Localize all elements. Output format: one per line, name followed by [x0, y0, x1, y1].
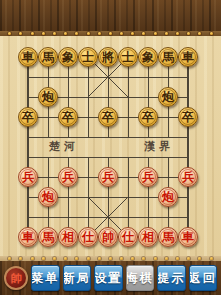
nail-dot [165, 257, 168, 260]
piece-black-soldier[interactable]: 卒 [138, 107, 158, 127]
piece-red-elephant[interactable]: 相 [138, 227, 158, 247]
nail-dot [142, 257, 145, 260]
piece-black-advisor[interactable]: 士 [78, 47, 98, 67]
nail-dot [53, 257, 56, 260]
undo-button[interactable]: 悔棋 [126, 265, 155, 291]
piece-red-soldier[interactable]: 兵 [58, 167, 78, 187]
nail-dot [75, 257, 78, 260]
nail-dot [109, 257, 112, 260]
piece-black-soldier[interactable]: 卒 [98, 107, 118, 127]
nail-dot [187, 257, 190, 260]
red-general-icon: 帥 [4, 266, 28, 290]
nail-dot [187, 32, 190, 35]
menu-button[interactable]: 菜单 [31, 265, 60, 291]
piece-red-soldier[interactable]: 兵 [98, 167, 118, 187]
piece-red-advisor[interactable]: 仕 [78, 227, 98, 247]
piece-black-elephant[interactable]: 象 [58, 47, 78, 67]
nail-dot [75, 32, 78, 35]
piece-red-cannon[interactable]: 炮 [38, 187, 58, 207]
piece-red-elephant[interactable]: 相 [58, 227, 78, 247]
piece-red-chariot[interactable]: 車 [178, 227, 198, 247]
nail-dot [131, 32, 134, 35]
nail-dot [53, 32, 56, 35]
piece-red-soldier[interactable]: 兵 [138, 167, 158, 187]
nail-dot [98, 257, 101, 260]
settings-button[interactable]: 设置 [94, 265, 123, 291]
nail-dot [198, 257, 201, 260]
piece-black-chariot[interactable]: 車 [18, 47, 38, 67]
piece-black-cannon[interactable]: 炮 [38, 87, 58, 107]
piece-black-cannon[interactable]: 炮 [158, 87, 178, 107]
nail-dot [176, 257, 179, 260]
nail-dot [64, 32, 67, 35]
nail-dot [210, 32, 213, 35]
piece-red-advisor[interactable]: 仕 [118, 227, 138, 247]
nail-dot [8, 32, 11, 35]
piece-black-chariot[interactable]: 車 [178, 47, 198, 67]
nail-dot [31, 32, 34, 35]
back-button[interactable]: 返回 [189, 265, 218, 291]
nail-dot [120, 257, 123, 260]
piece-black-horse[interactable]: 馬 [38, 47, 58, 67]
nail-dot [87, 32, 90, 35]
nail-dot [154, 257, 157, 260]
piece-red-soldier[interactable]: 兵 [18, 167, 38, 187]
piece-black-soldier[interactable]: 卒 [58, 107, 78, 127]
nail-dot [165, 32, 168, 35]
piece-black-elephant[interactable]: 象 [138, 47, 158, 67]
piece-red-horse[interactable]: 馬 [38, 227, 58, 247]
piece-red-soldier[interactable]: 兵 [178, 167, 198, 187]
piece-black-soldier[interactable]: 卒 [178, 107, 198, 127]
nail-dot [131, 257, 134, 260]
piece-red-general[interactable]: 帥 [98, 227, 118, 247]
nail-dot [109, 32, 112, 35]
piece-black-soldier[interactable]: 卒 [18, 107, 38, 127]
nail-dot [176, 32, 179, 35]
river-label-right: 漢界 [137, 140, 181, 154]
xiangqi-app: 楚河 漢界 車馬象士將士象馬車炮炮卒卒卒卒卒兵兵兵兵兵炮炮車馬相仕帥仕相馬車 帥… [0, 0, 221, 295]
nail-dot [8, 257, 11, 260]
top-wood-panel [0, 0, 221, 36]
piece-black-advisor[interactable]: 士 [118, 47, 138, 67]
nail-dot [42, 257, 45, 260]
nail-dot [98, 32, 101, 35]
hint-button[interactable]: 提示 [157, 265, 186, 291]
nail-dot [210, 257, 213, 260]
piece-red-chariot[interactable]: 車 [18, 227, 38, 247]
toolbar: 帥 菜单新局设置悔棋提示返回 [0, 256, 221, 295]
nail-dot [31, 257, 34, 260]
river-label-left: 楚河 [42, 140, 86, 154]
nail-dot [19, 257, 22, 260]
new-game-button[interactable]: 新局 [63, 265, 92, 291]
nail-dot [154, 32, 157, 35]
xiangqi-board[interactable]: 楚河 漢界 車馬象士將士象馬車炮炮卒卒卒卒卒兵兵兵兵兵炮炮車馬相仕帥仕相馬車 [0, 36, 221, 256]
nail-dot [142, 32, 145, 35]
piece-red-cannon[interactable]: 炮 [158, 187, 178, 207]
nail-dot [64, 257, 67, 260]
piece-black-general[interactable]: 將 [98, 47, 118, 67]
nail-dot [42, 32, 45, 35]
nail-dot [19, 32, 22, 35]
nail-dot [120, 32, 123, 35]
nail-dot [198, 32, 201, 35]
piece-red-horse[interactable]: 馬 [158, 227, 178, 247]
nail-dot [87, 257, 90, 260]
toolbar-row: 帥 菜单新局设置悔棋提示返回 [0, 261, 221, 295]
piece-black-horse[interactable]: 馬 [158, 47, 178, 67]
